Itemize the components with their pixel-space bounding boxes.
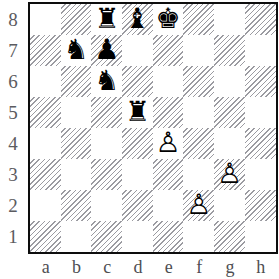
white-pawn-e4: ♟♙ (156, 129, 181, 157)
square-e3 (153, 159, 184, 190)
square-a2 (30, 190, 61, 221)
square-a4 (30, 128, 61, 159)
rank-label-1: 1 (0, 221, 26, 252)
square-e1 (153, 221, 184, 252)
square-h1 (245, 221, 276, 252)
square-a5 (30, 97, 61, 128)
rank-label-5: 5 (0, 97, 26, 128)
square-c5 (91, 97, 122, 128)
square-a7 (30, 35, 61, 66)
rank-label-4: 4 (0, 128, 26, 159)
black-pawn-c7: ♟ (94, 36, 119, 64)
file-label-h: h (245, 256, 276, 278)
square-b5 (61, 97, 92, 128)
square-c3 (91, 159, 122, 190)
square-d7 (122, 35, 153, 66)
square-g5 (214, 97, 245, 128)
square-g4 (214, 128, 245, 159)
file-label-f: f (184, 256, 215, 278)
square-f4 (183, 128, 214, 159)
square-e2 (153, 190, 184, 221)
square-g3: ♟♙ (214, 159, 245, 190)
square-d3 (122, 159, 153, 190)
square-e7 (153, 35, 184, 66)
square-h7 (245, 35, 276, 66)
square-f2: ♟♙ (183, 190, 214, 221)
square-f3 (183, 159, 214, 190)
square-c7: ♟ (91, 35, 122, 66)
black-rook-c8: ♜ (94, 5, 119, 33)
square-b7: ♞ (61, 35, 92, 66)
square-h4 (245, 128, 276, 159)
board: ♜♝♚♞♟♞♜♟♙♟♙♟♙ (28, 2, 278, 254)
square-f6 (183, 66, 214, 97)
square-b2 (61, 190, 92, 221)
square-a3 (30, 159, 61, 190)
black-knight-b7: ♞ (63, 36, 88, 64)
square-e5 (153, 97, 184, 128)
black-knight-c6: ♞ (94, 67, 119, 95)
square-f7 (183, 35, 214, 66)
square-g7 (214, 35, 245, 66)
file-label-d: d (123, 256, 154, 278)
chess-diagram: 87654321 ♜♝♚♞♟♞♜♟♙♟♙♟♙ abcdefgh (0, 0, 279, 279)
square-d2 (122, 190, 153, 221)
square-b4 (61, 128, 92, 159)
square-d5: ♜ (122, 97, 153, 128)
square-h3 (245, 159, 276, 190)
square-b3 (61, 159, 92, 190)
square-h8 (245, 4, 276, 35)
square-c1 (91, 221, 122, 252)
square-f8 (183, 4, 214, 35)
square-g1 (214, 221, 245, 252)
file-label-c: c (92, 256, 123, 278)
file-label-a: a (31, 256, 62, 278)
square-b8 (61, 4, 92, 35)
square-g2 (214, 190, 245, 221)
square-h6 (245, 66, 276, 97)
square-f5 (183, 97, 214, 128)
file-label-g: g (215, 256, 246, 278)
square-d4 (122, 128, 153, 159)
square-c4 (91, 128, 122, 159)
square-b1 (61, 221, 92, 252)
square-g8 (214, 4, 245, 35)
rank-label-7: 7 (0, 35, 26, 66)
square-g6 (214, 66, 245, 97)
square-h2 (245, 190, 276, 221)
square-e6 (153, 66, 184, 97)
square-a8 (30, 4, 61, 35)
square-c6: ♞ (91, 66, 122, 97)
square-f1 (183, 221, 214, 252)
white-pawn-g3: ♟♙ (217, 160, 242, 188)
black-rook-d5: ♜ (125, 98, 150, 126)
file-label-e: e (153, 256, 184, 278)
rank-label-8: 8 (0, 4, 26, 35)
square-c2 (91, 190, 122, 221)
black-king-e8: ♚ (156, 5, 181, 33)
square-h5 (245, 97, 276, 128)
rank-label-6: 6 (0, 66, 26, 97)
black-bishop-d8: ♝ (125, 5, 150, 33)
square-c8: ♜ (91, 4, 122, 35)
rank-label-2: 2 (0, 190, 26, 221)
square-a6 (30, 66, 61, 97)
square-d6 (122, 66, 153, 97)
square-a1 (30, 221, 61, 252)
square-d1 (122, 221, 153, 252)
square-e4: ♟♙ (153, 128, 184, 159)
square-b6 (61, 66, 92, 97)
square-d8: ♝ (122, 4, 153, 35)
square-e8: ♚ (153, 4, 184, 35)
file-label-b: b (61, 256, 92, 278)
white-pawn-f2: ♟♙ (186, 191, 211, 219)
rank-label-3: 3 (0, 159, 26, 190)
